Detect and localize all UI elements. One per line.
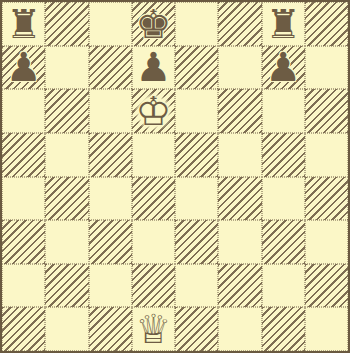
square-h2[interactable] bbox=[305, 264, 348, 308]
square-g8[interactable]: ♜ bbox=[262, 2, 305, 46]
square-g3[interactable] bbox=[262, 220, 305, 264]
square-g6[interactable] bbox=[262, 89, 305, 133]
square-b4[interactable] bbox=[45, 177, 88, 221]
square-e8[interactable] bbox=[175, 2, 218, 46]
square-c1[interactable] bbox=[89, 307, 132, 351]
square-g2[interactable] bbox=[262, 264, 305, 308]
square-h1[interactable] bbox=[305, 307, 348, 351]
white-queen[interactable]: ♕ bbox=[132, 307, 175, 351]
square-f7[interactable] bbox=[218, 46, 261, 90]
square-b1[interactable] bbox=[45, 307, 88, 351]
square-g5[interactable] bbox=[262, 133, 305, 177]
square-d7[interactable]: ♟ bbox=[132, 46, 175, 90]
square-d6[interactable]: ♔ bbox=[132, 89, 175, 133]
square-c2[interactable] bbox=[89, 264, 132, 308]
square-d4[interactable] bbox=[132, 177, 175, 221]
square-a6[interactable] bbox=[2, 89, 45, 133]
square-a3[interactable] bbox=[2, 220, 45, 264]
square-c3[interactable] bbox=[89, 220, 132, 264]
square-f3[interactable] bbox=[218, 220, 261, 264]
square-c8[interactable] bbox=[89, 2, 132, 46]
square-a8[interactable]: ♜ bbox=[2, 2, 45, 46]
square-e2[interactable] bbox=[175, 264, 218, 308]
square-f2[interactable] bbox=[218, 264, 261, 308]
black-pawn[interactable]: ♟ bbox=[262, 46, 305, 90]
square-b6[interactable] bbox=[45, 89, 88, 133]
square-b7[interactable] bbox=[45, 46, 88, 90]
square-b5[interactable] bbox=[45, 133, 88, 177]
square-e7[interactable] bbox=[175, 46, 218, 90]
square-d1[interactable]: ♕ bbox=[132, 307, 175, 351]
square-h5[interactable] bbox=[305, 133, 348, 177]
square-c5[interactable] bbox=[89, 133, 132, 177]
square-b8[interactable] bbox=[45, 2, 88, 46]
black-pawn[interactable]: ♟ bbox=[2, 46, 45, 90]
square-e5[interactable] bbox=[175, 133, 218, 177]
square-d2[interactable] bbox=[132, 264, 175, 308]
chess-board: ♜♚♜♟♟♟♔♕ bbox=[0, 0, 350, 353]
black-rook[interactable]: ♜ bbox=[2, 2, 45, 46]
square-h7[interactable] bbox=[305, 46, 348, 90]
square-b3[interactable] bbox=[45, 220, 88, 264]
square-d8[interactable]: ♚ bbox=[132, 2, 175, 46]
square-d3[interactable] bbox=[132, 220, 175, 264]
square-b2[interactable] bbox=[45, 264, 88, 308]
square-g4[interactable] bbox=[262, 177, 305, 221]
square-h8[interactable] bbox=[305, 2, 348, 46]
square-e6[interactable] bbox=[175, 89, 218, 133]
square-d5[interactable] bbox=[132, 133, 175, 177]
square-e1[interactable] bbox=[175, 307, 218, 351]
square-a4[interactable] bbox=[2, 177, 45, 221]
square-f6[interactable] bbox=[218, 89, 261, 133]
square-g7[interactable]: ♟ bbox=[262, 46, 305, 90]
black-pawn[interactable]: ♟ bbox=[132, 46, 175, 90]
square-g1[interactable] bbox=[262, 307, 305, 351]
black-king[interactable]: ♚ bbox=[132, 2, 175, 46]
square-f1[interactable] bbox=[218, 307, 261, 351]
square-c6[interactable] bbox=[89, 89, 132, 133]
square-c4[interactable] bbox=[89, 177, 132, 221]
square-e3[interactable] bbox=[175, 220, 218, 264]
square-f4[interactable] bbox=[218, 177, 261, 221]
square-e4[interactable] bbox=[175, 177, 218, 221]
square-a7[interactable]: ♟ bbox=[2, 46, 45, 90]
black-rook[interactable]: ♜ bbox=[262, 2, 305, 46]
square-f8[interactable] bbox=[218, 2, 261, 46]
square-h6[interactable] bbox=[305, 89, 348, 133]
square-f5[interactable] bbox=[218, 133, 261, 177]
square-h4[interactable] bbox=[305, 177, 348, 221]
square-a2[interactable] bbox=[2, 264, 45, 308]
square-a1[interactable] bbox=[2, 307, 45, 351]
square-a5[interactable] bbox=[2, 133, 45, 177]
square-c7[interactable] bbox=[89, 46, 132, 90]
square-h3[interactable] bbox=[305, 220, 348, 264]
white-king[interactable]: ♔ bbox=[132, 89, 175, 133]
